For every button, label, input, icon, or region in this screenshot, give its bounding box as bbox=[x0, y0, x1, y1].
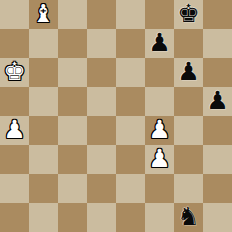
square-c2[interactable] bbox=[58, 174, 87, 203]
square-e8[interactable] bbox=[116, 0, 145, 29]
square-e2[interactable] bbox=[116, 174, 145, 203]
square-f2[interactable] bbox=[145, 174, 174, 203]
square-c7[interactable] bbox=[58, 29, 87, 58]
square-g4[interactable] bbox=[174, 116, 203, 145]
white-pawn[interactable]: ♟ bbox=[148, 117, 170, 142]
square-f5[interactable] bbox=[145, 87, 174, 116]
white-pawn[interactable]: ♟ bbox=[148, 146, 170, 171]
white-king[interactable]: ♚ bbox=[3, 59, 25, 84]
square-f3[interactable]: ♟ bbox=[145, 145, 174, 174]
square-f6[interactable] bbox=[145, 58, 174, 87]
square-b4[interactable] bbox=[29, 116, 58, 145]
square-c8[interactable] bbox=[58, 0, 87, 29]
square-b8[interactable]: ♝ bbox=[29, 0, 58, 29]
square-a6[interactable]: ♚ bbox=[0, 58, 29, 87]
square-d3[interactable] bbox=[87, 145, 116, 174]
square-f4[interactable]: ♟ bbox=[145, 116, 174, 145]
square-a3[interactable] bbox=[0, 145, 29, 174]
square-h7[interactable] bbox=[203, 29, 232, 58]
square-e5[interactable] bbox=[116, 87, 145, 116]
square-a2[interactable] bbox=[0, 174, 29, 203]
square-e3[interactable] bbox=[116, 145, 145, 174]
square-h5[interactable]: ♟ bbox=[203, 87, 232, 116]
square-e1[interactable] bbox=[116, 203, 145, 232]
square-d6[interactable] bbox=[87, 58, 116, 87]
square-g7[interactable] bbox=[174, 29, 203, 58]
square-f7[interactable]: ♟ bbox=[145, 29, 174, 58]
square-h2[interactable] bbox=[203, 174, 232, 203]
square-a8[interactable] bbox=[0, 0, 29, 29]
black-pawn[interactable]: ♟ bbox=[206, 88, 228, 113]
chess-board: ♝♚♟♚♟♟♟♟♟♞ bbox=[0, 0, 232, 232]
white-pawn[interactable]: ♟ bbox=[3, 117, 25, 142]
square-h1[interactable] bbox=[203, 203, 232, 232]
square-h3[interactable] bbox=[203, 145, 232, 174]
square-b3[interactable] bbox=[29, 145, 58, 174]
square-d2[interactable] bbox=[87, 174, 116, 203]
square-a7[interactable] bbox=[0, 29, 29, 58]
square-b1[interactable] bbox=[29, 203, 58, 232]
square-d7[interactable] bbox=[87, 29, 116, 58]
square-c6[interactable] bbox=[58, 58, 87, 87]
square-d5[interactable] bbox=[87, 87, 116, 116]
square-g1[interactable]: ♞ bbox=[174, 203, 203, 232]
black-pawn[interactable]: ♟ bbox=[148, 30, 170, 55]
square-g8[interactable]: ♚ bbox=[174, 0, 203, 29]
black-knight[interactable]: ♞ bbox=[177, 204, 199, 229]
square-g2[interactable] bbox=[174, 174, 203, 203]
square-b6[interactable] bbox=[29, 58, 58, 87]
square-a1[interactable] bbox=[0, 203, 29, 232]
square-h6[interactable] bbox=[203, 58, 232, 87]
square-c4[interactable] bbox=[58, 116, 87, 145]
square-d8[interactable] bbox=[87, 0, 116, 29]
square-e7[interactable] bbox=[116, 29, 145, 58]
square-e4[interactable] bbox=[116, 116, 145, 145]
square-b2[interactable] bbox=[29, 174, 58, 203]
square-a4[interactable]: ♟ bbox=[0, 116, 29, 145]
square-f1[interactable] bbox=[145, 203, 174, 232]
square-d1[interactable] bbox=[87, 203, 116, 232]
square-g3[interactable] bbox=[174, 145, 203, 174]
square-b5[interactable] bbox=[29, 87, 58, 116]
black-king[interactable]: ♚ bbox=[177, 1, 199, 26]
white-bishop[interactable]: ♝ bbox=[32, 1, 54, 26]
square-d4[interactable] bbox=[87, 116, 116, 145]
square-b7[interactable] bbox=[29, 29, 58, 58]
black-pawn[interactable]: ♟ bbox=[177, 59, 199, 84]
square-h8[interactable] bbox=[203, 0, 232, 29]
square-f8[interactable] bbox=[145, 0, 174, 29]
square-a5[interactable] bbox=[0, 87, 29, 116]
square-c5[interactable] bbox=[58, 87, 87, 116]
square-c3[interactable] bbox=[58, 145, 87, 174]
square-c1[interactable] bbox=[58, 203, 87, 232]
square-h4[interactable] bbox=[203, 116, 232, 145]
square-g5[interactable] bbox=[174, 87, 203, 116]
square-g6[interactable]: ♟ bbox=[174, 58, 203, 87]
square-e6[interactable] bbox=[116, 58, 145, 87]
